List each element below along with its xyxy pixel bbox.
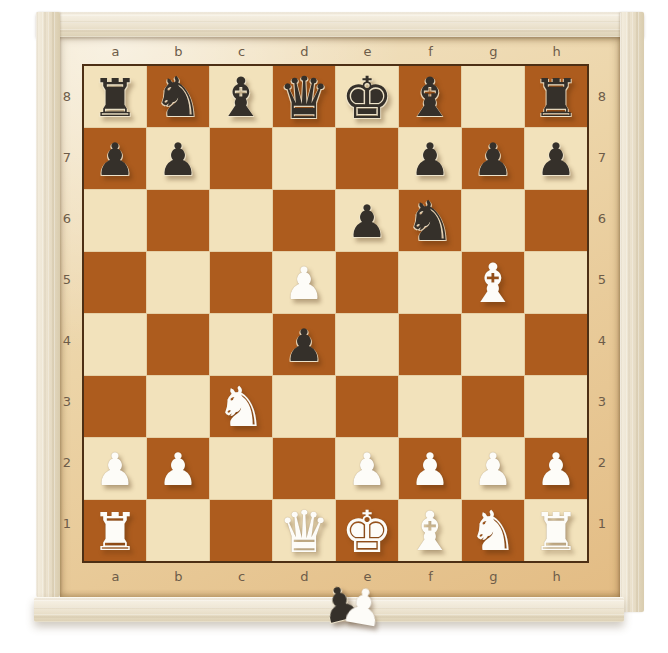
square-e1[interactable]: ♚ [336, 500, 398, 561]
square-f8[interactable]: ♝ [399, 66, 461, 127]
square-h8[interactable]: ♜ [525, 66, 587, 127]
black-knight-b8[interactable]: ♞ [153, 70, 202, 125]
square-g3[interactable] [462, 376, 524, 437]
square-c6[interactable] [210, 190, 272, 251]
square-d2[interactable] [273, 438, 335, 499]
chess-board: ♜♞♝♛♚♝♜♟♟♟♟♟♟♞♟♝♟♞♟♟♟♟♟♟♜♛♚♝♞♜ [82, 64, 589, 563]
white-pawn-b2[interactable]: ♟ [158, 447, 198, 492]
square-g1[interactable]: ♞ [462, 500, 524, 561]
black-pawn-e6[interactable]: ♟ [347, 199, 387, 244]
square-a3[interactable] [84, 376, 146, 437]
file-label-c: c [210, 569, 273, 584]
rank-label-2: 2 [57, 432, 77, 493]
square-e2[interactable]: ♟ [336, 438, 398, 499]
square-b7[interactable]: ♟ [147, 128, 209, 189]
square-e4[interactable] [336, 314, 398, 375]
black-pawn-g7[interactable]: ♟ [473, 137, 513, 182]
square-e8[interactable]: ♚ [336, 66, 398, 127]
square-b8[interactable]: ♞ [147, 66, 209, 127]
square-a6[interactable] [84, 190, 146, 251]
square-f5[interactable] [399, 252, 461, 313]
square-c3[interactable]: ♞ [210, 376, 272, 437]
white-bishop-g5[interactable]: ♝ [469, 257, 517, 311]
square-e5[interactable] [336, 252, 398, 313]
file-labels-top: abcdefgh [84, 44, 588, 59]
square-c7[interactable] [210, 128, 272, 189]
rank-label-7: 7 [592, 127, 612, 188]
square-d6[interactable] [273, 190, 335, 251]
file-label-g: g [462, 44, 525, 59]
square-b3[interactable] [147, 376, 209, 437]
square-h1[interactable]: ♜ [525, 500, 587, 561]
black-pawn-a7[interactable]: ♟ [95, 137, 135, 182]
file-label-a: a [84, 569, 147, 584]
square-a1[interactable]: ♜ [84, 500, 146, 561]
rank-label-3: 3 [592, 371, 612, 432]
square-h5[interactable] [525, 252, 587, 313]
rank-label-3: 3 [57, 371, 77, 432]
square-e7[interactable] [336, 128, 398, 189]
square-d5[interactable]: ♟ [273, 252, 335, 313]
square-g6[interactable] [462, 190, 524, 251]
black-bishop-f8[interactable]: ♝ [406, 71, 454, 125]
square-h4[interactable] [525, 314, 587, 375]
square-f1[interactable]: ♝ [399, 500, 461, 561]
white-queen-d1[interactable]: ♛ [278, 503, 330, 561]
square-f2[interactable]: ♟ [399, 438, 461, 499]
rank-labels-right: 87654321 [592, 66, 612, 554]
file-label-d: d [273, 44, 336, 59]
white-pawn-h2[interactable]: ♟ [536, 447, 576, 492]
square-a8[interactable]: ♜ [84, 66, 146, 127]
white-knight-g1[interactable]: ♞ [468, 504, 517, 559]
black-rook-h8[interactable]: ♜ [533, 72, 580, 124]
rank-label-1: 1 [57, 493, 77, 554]
square-d3[interactable] [273, 376, 335, 437]
white-knight-c3[interactable]: ♞ [216, 380, 265, 435]
square-h6[interactable] [525, 190, 587, 251]
square-g8[interactable] [462, 66, 524, 127]
rank-label-5: 5 [57, 249, 77, 310]
white-rook-a1[interactable]: ♜ [92, 506, 139, 558]
square-g7[interactable]: ♟ [462, 128, 524, 189]
black-king-e8[interactable]: ♚ [341, 69, 393, 127]
white-pawn-a2[interactable]: ♟ [95, 447, 135, 492]
square-f7[interactable]: ♟ [399, 128, 461, 189]
rank-label-2: 2 [592, 432, 612, 493]
square-c8[interactable]: ♝ [210, 66, 272, 127]
square-c2[interactable] [210, 438, 272, 499]
black-knight-f6[interactable]: ♞ [405, 194, 454, 249]
square-d1[interactable]: ♛ [273, 500, 335, 561]
square-b6[interactable] [147, 190, 209, 251]
square-b5[interactable] [147, 252, 209, 313]
white-pawn-f2[interactable]: ♟ [410, 447, 450, 492]
rank-label-7: 7 [57, 127, 77, 188]
file-label-g: g [462, 569, 525, 584]
square-a7[interactable]: ♟ [84, 128, 146, 189]
file-label-b: b [147, 569, 210, 584]
file-label-b: b [147, 44, 210, 59]
file-label-e: e [336, 44, 399, 59]
rank-label-8: 8 [592, 66, 612, 127]
black-pawn-f7[interactable]: ♟ [410, 137, 450, 182]
square-f3[interactable] [399, 376, 461, 437]
square-g4[interactable] [462, 314, 524, 375]
white-king-e1[interactable]: ♚ [341, 503, 393, 561]
captured-white-pawn[interactable]: ♟ [337, 580, 389, 636]
frame-top-rail [36, 12, 644, 37]
square-g2[interactable]: ♟ [462, 438, 524, 499]
black-rook-a8[interactable]: ♜ [92, 72, 139, 124]
black-pawn-h7[interactable]: ♟ [536, 137, 576, 182]
rank-label-6: 6 [592, 188, 612, 249]
black-pawn-b7[interactable]: ♟ [158, 137, 198, 182]
rank-label-5: 5 [592, 249, 612, 310]
file-label-a: a [84, 44, 147, 59]
rank-label-4: 4 [592, 310, 612, 371]
rank-label-8: 8 [57, 66, 77, 127]
black-pawn-d4[interactable]: ♟ [284, 323, 324, 368]
white-bishop-f1[interactable]: ♝ [406, 505, 454, 559]
file-label-f: f [399, 44, 462, 59]
square-e6[interactable]: ♟ [336, 190, 398, 251]
file-label-c: c [210, 44, 273, 59]
black-bishop-c8[interactable]: ♝ [217, 71, 265, 125]
white-pawn-g2[interactable]: ♟ [473, 447, 513, 492]
square-a5[interactable] [84, 252, 146, 313]
square-b1[interactable] [147, 500, 209, 561]
square-d8[interactable]: ♛ [273, 66, 335, 127]
file-label-f: f [399, 569, 462, 584]
square-h3[interactable] [525, 376, 587, 437]
black-queen-d8[interactable]: ♛ [278, 69, 330, 127]
rank-label-6: 6 [57, 188, 77, 249]
square-b2[interactable]: ♟ [147, 438, 209, 499]
file-label-h: h [525, 44, 588, 59]
square-d4[interactable]: ♟ [273, 314, 335, 375]
square-f4[interactable] [399, 314, 461, 375]
frame-right-rail [620, 12, 644, 612]
square-h2[interactable]: ♟ [525, 438, 587, 499]
white-pawn-d5[interactable]: ♟ [284, 261, 324, 306]
square-h7[interactable]: ♟ [525, 128, 587, 189]
square-g5[interactable]: ♝ [462, 252, 524, 313]
rank-label-4: 4 [57, 310, 77, 371]
square-a4[interactable] [84, 314, 146, 375]
white-rook-h1[interactable]: ♜ [533, 506, 580, 558]
file-label-h: h [525, 569, 588, 584]
square-e3[interactable] [336, 376, 398, 437]
square-b4[interactable] [147, 314, 209, 375]
square-c5[interactable] [210, 252, 272, 313]
square-f6[interactable]: ♞ [399, 190, 461, 251]
white-pawn-e2[interactable]: ♟ [347, 447, 387, 492]
square-a2[interactable]: ♟ [84, 438, 146, 499]
square-c1[interactable] [210, 500, 272, 561]
rank-label-1: 1 [592, 493, 612, 554]
rank-labels-left: 87654321 [57, 66, 77, 554]
square-c4[interactable] [210, 314, 272, 375]
square-d7[interactable] [273, 128, 335, 189]
